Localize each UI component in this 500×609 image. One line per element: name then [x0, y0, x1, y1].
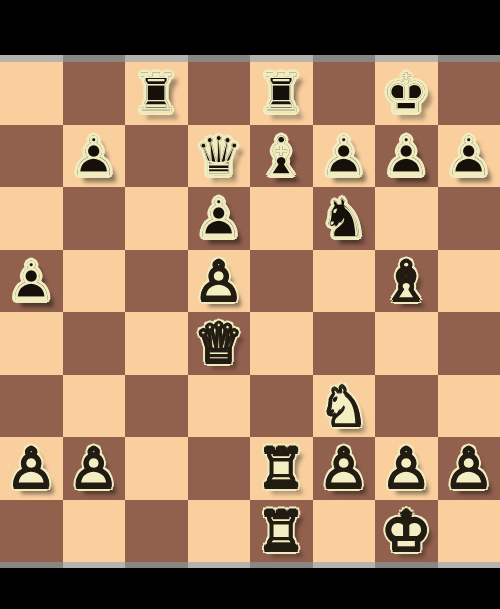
- white-pawn-icon: ♟: [313, 437, 376, 500]
- square-f1[interactable]: [313, 500, 376, 563]
- black-bishop-icon: ♝: [250, 125, 313, 188]
- square-d5[interactable]: ♟♙: [188, 250, 251, 313]
- piece-white-rook[interactable]: ♜♖: [250, 500, 313, 563]
- square-a4[interactable]: [0, 312, 63, 375]
- piece-black-king[interactable]: ♚♔: [375, 62, 438, 125]
- board-top-edge: [0, 55, 500, 62]
- black-knight-outline-icon: ♘: [313, 187, 376, 250]
- edge-segment: [125, 55, 188, 62]
- piece-white-pawn[interactable]: ♟♙: [0, 437, 63, 500]
- square-f7[interactable]: ♟♙: [313, 125, 376, 188]
- square-f6[interactable]: ♞♘: [313, 187, 376, 250]
- white-rook-icon: ♜: [250, 500, 313, 563]
- chess-board[interactable]: ♜♖♜♖♚♔♟♙♛♕♝♗♟♙♟♙♟♙♟♙♞♘♟♙♟♙♝♗♛♕♞♘♟♙♟♙♜♖♟♙…: [0, 62, 500, 562]
- piece-white-pawn[interactable]: ♟♙: [313, 437, 376, 500]
- square-b3[interactable]: [63, 375, 126, 438]
- square-c4[interactable]: [125, 312, 188, 375]
- square-e8[interactable]: ♜♖: [250, 62, 313, 125]
- white-pawn-icon: ♟: [0, 437, 63, 500]
- black-king-icon: ♚: [375, 62, 438, 125]
- piece-black-pawn[interactable]: ♟♙: [313, 125, 376, 188]
- piece-black-pawn[interactable]: ♟♙: [63, 125, 126, 188]
- piece-black-knight[interactable]: ♞♘: [313, 187, 376, 250]
- piece-white-pawn[interactable]: ♟♙: [375, 437, 438, 500]
- edge-segment: [188, 55, 251, 62]
- edge-segment: [313, 55, 376, 62]
- edge-segment: [375, 55, 438, 62]
- square-h6[interactable]: [438, 187, 500, 250]
- white-rook-icon: ♜: [250, 437, 313, 500]
- white-pawn-icon: ♟: [63, 437, 126, 500]
- black-rook-icon: ♜: [125, 62, 188, 125]
- black-pawn-outline-icon: ♙: [0, 250, 63, 313]
- black-pawn-icon: ♟: [63, 125, 126, 188]
- square-h7[interactable]: ♟♙: [438, 125, 500, 188]
- square-e6[interactable]: [250, 187, 313, 250]
- white-queen-icon: ♛: [188, 312, 251, 375]
- square-g3[interactable]: [375, 375, 438, 438]
- white-pawn-icon: ♟: [438, 437, 500, 500]
- square-d4[interactable]: ♛♕: [188, 312, 251, 375]
- square-h2[interactable]: ♟♙: [438, 437, 500, 500]
- black-pawn-icon: ♟: [313, 125, 376, 188]
- black-pawn-icon: ♟: [375, 125, 438, 188]
- white-queen-outline-icon: ♕: [188, 312, 251, 375]
- square-c3[interactable]: [125, 375, 188, 438]
- piece-black-rook[interactable]: ♜♖: [250, 62, 313, 125]
- edge-segment: [250, 55, 313, 62]
- square-b5[interactable]: [63, 250, 126, 313]
- piece-white-bishop[interactable]: ♝♗: [375, 250, 438, 313]
- square-e1[interactable]: ♜♖: [250, 500, 313, 563]
- square-b2[interactable]: ♟♙: [63, 437, 126, 500]
- square-c8[interactable]: ♜♖: [125, 62, 188, 125]
- white-pawn-outline-icon: ♙: [375, 437, 438, 500]
- white-pawn-outline-icon: ♙: [313, 437, 376, 500]
- square-d2[interactable]: [188, 437, 251, 500]
- white-pawn-outline-icon: ♙: [438, 437, 500, 500]
- black-pawn-outline-icon: ♙: [438, 125, 500, 188]
- white-bishop-outline-icon: ♗: [375, 250, 438, 313]
- square-g8[interactable]: ♚♔: [375, 62, 438, 125]
- white-knight-outline-icon: ♘: [313, 375, 376, 438]
- piece-white-knight[interactable]: ♞♘: [313, 375, 376, 438]
- square-g4[interactable]: [375, 312, 438, 375]
- square-c6[interactable]: [125, 187, 188, 250]
- black-queen-icon: ♛: [188, 125, 251, 188]
- edge-segment: [63, 55, 126, 62]
- black-pawn-icon: ♟: [188, 187, 251, 250]
- black-knight-icon: ♞: [313, 187, 376, 250]
- square-e5[interactable]: [250, 250, 313, 313]
- square-a7[interactable]: [0, 125, 63, 188]
- black-pawn-outline-icon: ♙: [313, 125, 376, 188]
- black-pawn-outline-icon: ♙: [188, 187, 251, 250]
- piece-black-bishop[interactable]: ♝♗: [250, 125, 313, 188]
- square-b4[interactable]: [63, 312, 126, 375]
- black-pawn-icon: ♟: [0, 250, 63, 313]
- piece-black-queen[interactable]: ♛♕: [188, 125, 251, 188]
- edge-segment: [438, 55, 500, 62]
- black-bishop-outline-icon: ♗: [250, 125, 313, 188]
- piece-black-pawn[interactable]: ♟♙: [375, 125, 438, 188]
- square-d3[interactable]: [188, 375, 251, 438]
- square-h1[interactable]: [438, 500, 500, 563]
- square-f4[interactable]: [313, 312, 376, 375]
- white-rook-outline-icon: ♖: [250, 437, 313, 500]
- piece-white-pawn[interactable]: ♟♙: [63, 437, 126, 500]
- square-b6[interactable]: [63, 187, 126, 250]
- square-h5[interactable]: [438, 250, 500, 313]
- square-d8[interactable]: [188, 62, 251, 125]
- white-pawn-icon: ♟: [375, 437, 438, 500]
- piece-white-rook[interactable]: ♜♖: [250, 437, 313, 500]
- square-a8[interactable]: [0, 62, 63, 125]
- square-a2[interactable]: ♟♙: [0, 437, 63, 500]
- square-b7[interactable]: ♟♙: [63, 125, 126, 188]
- piece-white-pawn[interactable]: ♟♙: [188, 250, 251, 313]
- square-e7[interactable]: ♝♗: [250, 125, 313, 188]
- black-pawn-outline-icon: ♙: [375, 125, 438, 188]
- square-g7[interactable]: ♟♙: [375, 125, 438, 188]
- square-a5[interactable]: ♟♙: [0, 250, 63, 313]
- edge-segment: [0, 55, 63, 62]
- square-c7[interactable]: [125, 125, 188, 188]
- square-a3[interactable]: [0, 375, 63, 438]
- square-d6[interactable]: ♟♙: [188, 187, 251, 250]
- square-a1[interactable]: [0, 500, 63, 563]
- piece-white-queen[interactable]: ♛♕: [188, 312, 251, 375]
- square-c2[interactable]: [125, 437, 188, 500]
- black-king-outline-icon: ♔: [375, 62, 438, 125]
- white-pawn-outline-icon: ♙: [63, 437, 126, 500]
- square-h8[interactable]: [438, 62, 500, 125]
- piece-black-pawn[interactable]: ♟♙: [0, 250, 63, 313]
- square-h3[interactable]: [438, 375, 500, 438]
- square-f3[interactable]: ♞♘: [313, 375, 376, 438]
- white-king-outline-icon: ♔: [375, 500, 438, 563]
- letterbox-top: [0, 0, 500, 55]
- square-g2[interactable]: ♟♙: [375, 437, 438, 500]
- white-king-icon: ♚: [375, 500, 438, 563]
- square-g5[interactable]: ♝♗: [375, 250, 438, 313]
- square-b1[interactable]: [63, 500, 126, 563]
- square-f8[interactable]: [313, 62, 376, 125]
- white-bishop-icon: ♝: [375, 250, 438, 313]
- square-d7[interactable]: ♛♕: [188, 125, 251, 188]
- square-e4[interactable]: [250, 312, 313, 375]
- black-rook-outline-icon: ♖: [250, 62, 313, 125]
- black-rook-outline-icon: ♖: [125, 62, 188, 125]
- piece-black-pawn[interactable]: ♟♙: [188, 187, 251, 250]
- square-c1[interactable]: [125, 500, 188, 563]
- piece-black-pawn[interactable]: ♟♙: [438, 125, 500, 188]
- black-pawn-outline-icon: ♙: [63, 125, 126, 188]
- square-g1[interactable]: ♚♔: [375, 500, 438, 563]
- white-knight-icon: ♞: [313, 375, 376, 438]
- square-f2[interactable]: ♟♙: [313, 437, 376, 500]
- square-b8[interactable]: [63, 62, 126, 125]
- piece-white-king[interactable]: ♚♔: [375, 500, 438, 563]
- square-d1[interactable]: [188, 500, 251, 563]
- square-h4[interactable]: [438, 312, 500, 375]
- white-pawn-outline-icon: ♙: [188, 250, 251, 313]
- black-rook-icon: ♜: [250, 62, 313, 125]
- letterbox-bottom: [0, 568, 500, 609]
- piece-black-rook[interactable]: ♜♖: [125, 62, 188, 125]
- white-pawn-icon: ♟: [188, 250, 251, 313]
- square-c5[interactable]: [125, 250, 188, 313]
- white-pawn-outline-icon: ♙: [0, 437, 63, 500]
- piece-white-pawn[interactable]: ♟♙: [438, 437, 500, 500]
- white-rook-outline-icon: ♖: [250, 500, 313, 563]
- app-window: ♜♖♜♖♚♔♟♙♛♕♝♗♟♙♟♙♟♙♟♙♞♘♟♙♟♙♝♗♛♕♞♘♟♙♟♙♜♖♟♙…: [0, 0, 500, 609]
- square-e2[interactable]: ♜♖: [250, 437, 313, 500]
- square-f5[interactable]: [313, 250, 376, 313]
- square-e3[interactable]: [250, 375, 313, 438]
- black-queen-outline-icon: ♕: [188, 125, 251, 188]
- square-a6[interactable]: [0, 187, 63, 250]
- black-pawn-icon: ♟: [438, 125, 500, 188]
- square-g6[interactable]: [375, 187, 438, 250]
